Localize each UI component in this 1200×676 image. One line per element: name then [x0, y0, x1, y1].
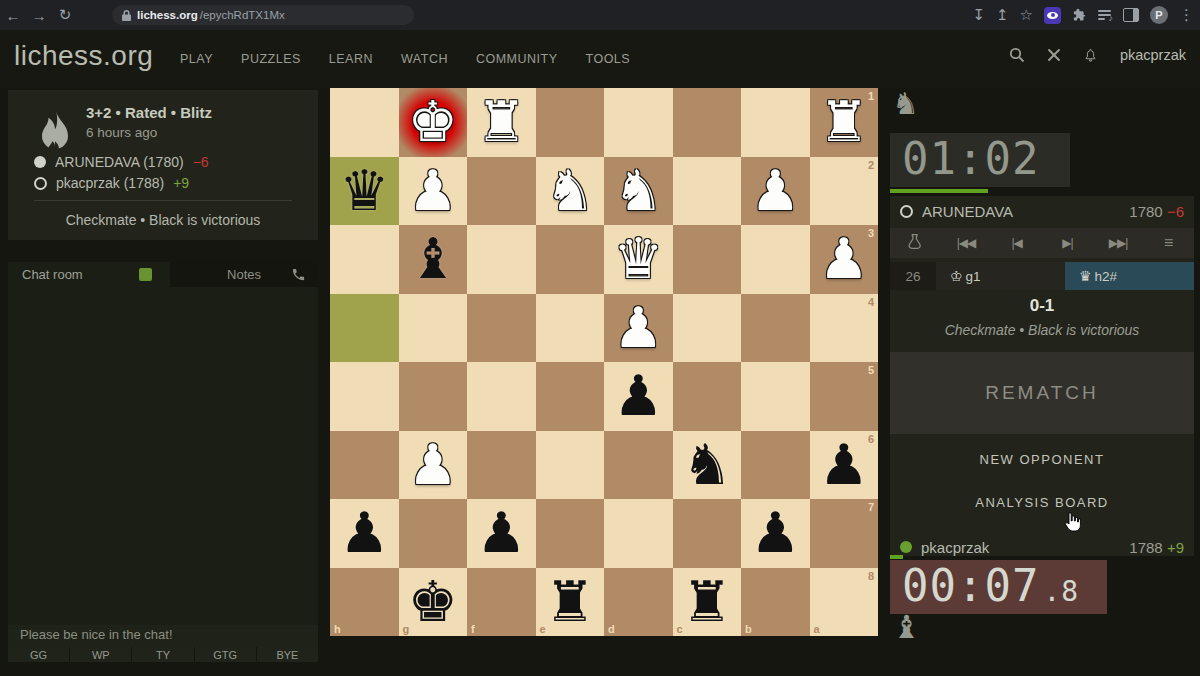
white-rook-a1: ♜: [819, 88, 869, 156]
mouse-cursor: [1063, 512, 1081, 532]
black-king-g8: ♚: [408, 568, 458, 636]
lock-icon: [122, 10, 131, 21]
white-pawn-g2: ♟: [408, 157, 458, 225]
share-icon[interactable]: ↥: [996, 6, 1009, 24]
square-f4[interactable]: [467, 294, 536, 363]
rematch-button[interactable]: REMATCH: [890, 352, 1194, 434]
divider: [34, 200, 292, 201]
square-g1[interactable]: ♚: [399, 88, 468, 157]
square-b5[interactable]: [741, 362, 810, 431]
url-host: lichess.org: [137, 9, 198, 21]
white-pawn-b2: ♟: [750, 157, 800, 225]
square-e1[interactable]: [536, 88, 605, 157]
header-username[interactable]: pkacprzak: [1120, 47, 1186, 63]
black-queen-h2: ♛: [339, 157, 389, 225]
black-pawn-b7: ♟: [750, 499, 800, 567]
black-clock-time: 00:07: [902, 560, 1039, 611]
lichess-logo[interactable]: lichess.org: [14, 40, 153, 72]
quick-chat-gg[interactable]: GG: [8, 647, 69, 662]
white-player-row[interactable]: ARUNEDAVA 1780 −6: [890, 198, 1194, 224]
rank-label-8: 8: [868, 570, 874, 582]
quick-chat-wp[interactable]: WP: [70, 647, 131, 662]
browser-menu-icon[interactable]: ⋮: [1179, 6, 1194, 24]
nav-tools[interactable]: TOOLS: [586, 52, 631, 66]
rank-label-7: 7: [868, 501, 874, 513]
game-time-ago: 6 hours ago: [86, 125, 157, 140]
square-g7[interactable]: [399, 499, 468, 568]
address-bar[interactable]: lichess.org /epychRdTX1Mx: [112, 5, 414, 25]
black-knight-c6: ♞: [682, 431, 732, 499]
square-a1[interactable]: ♜1: [810, 88, 879, 157]
square-d4[interactable]: ♟: [604, 294, 673, 363]
square-f2[interactable]: [467, 157, 536, 226]
black-pawn-a6: ♟: [819, 431, 869, 499]
result-score: 0-1: [890, 296, 1194, 316]
square-a6[interactable]: ♟6: [810, 431, 879, 500]
king-figurine: ♔: [950, 268, 963, 284]
black-rating-delta: +9: [173, 175, 189, 191]
profile-avatar[interactable]: P: [1150, 6, 1168, 24]
square-b1[interactable]: [741, 88, 810, 157]
square-d7[interactable]: [604, 499, 673, 568]
square-b4[interactable]: [741, 294, 810, 363]
black-rook-e8: ♜: [545, 568, 595, 636]
square-a7[interactable]: 7: [810, 499, 879, 568]
move-controls: |◀◀ |◀ ▶| ▶▶| ≡: [890, 228, 1194, 258]
black-player-row[interactable]: pkacprzak 1788 +9: [890, 534, 1194, 560]
rank-label-1: 1: [868, 90, 874, 102]
nav-community[interactable]: COMMUNITY: [476, 52, 558, 66]
last-move-button[interactable]: ▶▶|: [1093, 236, 1144, 250]
square-g8[interactable]: ♚g: [399, 568, 468, 637]
square-c8[interactable]: ♜c: [673, 568, 742, 637]
square-e6[interactable]: [536, 431, 605, 500]
rank-label-4: 4: [868, 296, 874, 308]
rank-label-2: 2: [868, 159, 874, 171]
square-g2[interactable]: ♟: [399, 157, 468, 226]
white-pawn-d4: ♟: [613, 294, 663, 362]
eye-extension-icon[interactable]: [1044, 7, 1061, 24]
square-e4[interactable]: [536, 294, 605, 363]
white-rook-f1: ♜: [476, 88, 526, 156]
result-description: Checkmate • Black is victorious: [890, 322, 1194, 338]
black-pawn-f7: ♟: [476, 499, 526, 567]
url-path: /epychRdTX1Mx: [200, 9, 285, 21]
black-bishop-g3: ♝: [408, 225, 458, 293]
prev-move-button[interactable]: |◀: [991, 236, 1042, 250]
browser-bar: ← → ↻ lichess.org /epychRdTX1Mx ↧ ↥ ☆ ♪ …: [0, 0, 1200, 30]
white-time-bar: [890, 189, 988, 193]
browser-back-icon[interactable]: ←: [0, 7, 26, 24]
square-e2[interactable]: ♞: [536, 157, 605, 226]
knight-icon: ♞: [892, 86, 919, 121]
square-g3[interactable]: ♝: [399, 225, 468, 294]
square-g4[interactable]: [399, 294, 468, 363]
chat-tab-label: Chat room: [22, 267, 83, 282]
menu-icon[interactable]: ≡: [1143, 234, 1194, 252]
square-e7[interactable]: [536, 499, 605, 568]
game-meta-box: 3+2 • Rated • Blitz 6 hours ago ARUNEDAV…: [8, 90, 318, 240]
chat-toggle[interactable]: [139, 268, 152, 281]
white-clock: 01:02: [890, 133, 1070, 187]
square-f8[interactable]: f: [467, 568, 536, 637]
white-move-san: g1: [966, 269, 981, 284]
move-list-row: 26 ♔ g1 ♛ h2#: [890, 262, 1194, 290]
black-color-disc: [34, 177, 47, 190]
black-name: pkacprzak: [921, 539, 989, 556]
white-player-line[interactable]: ARUNEDAVA (1780) −6: [34, 154, 209, 170]
black-move-current[interactable]: ♛ h2#: [1065, 262, 1194, 290]
square-b2[interactable]: ♟: [741, 157, 810, 226]
black-clock-tenths: .8: [1043, 575, 1079, 608]
white-delta: −6: [1167, 203, 1184, 220]
white-clock-time: 01:02: [902, 133, 1039, 184]
next-move-button[interactable]: ▶|: [1042, 236, 1093, 250]
reading-list-icon[interactable]: ♪: [1098, 9, 1112, 21]
browser-toolbar-icons: ↧ ↥ ☆ ♪ P ⋮: [972, 0, 1194, 30]
square-d2[interactable]: ♞: [604, 157, 673, 226]
square-h6[interactable]: [330, 431, 399, 500]
nav-learn[interactable]: LEARN: [329, 52, 373, 66]
bookmark-star-icon[interactable]: ☆: [1020, 6, 1033, 24]
white-rating: 1780: [1129, 203, 1162, 220]
square-b6[interactable]: [741, 431, 810, 500]
browser-forward-icon[interactable]: →: [26, 7, 52, 24]
rank-label-3: 3: [868, 227, 874, 239]
quick-chat-gtg[interactable]: GTG: [195, 647, 256, 662]
new-opponent-button[interactable]: NEW OPPONENT: [890, 452, 1194, 467]
white-king-g1: ♚: [408, 88, 458, 156]
square-d8[interactable]: d: [604, 568, 673, 637]
file-label-a: a: [814, 623, 820, 635]
time-control-label: 3+2 • Rated • Blitz: [86, 104, 212, 121]
page: ← → ↻ lichess.org /epychRdTX1Mx ↧ ↥ ☆ ♪ …: [0, 0, 1200, 676]
black-rook-c8: ♜: [682, 568, 732, 636]
white-status-disc: [900, 205, 913, 218]
download-icon[interactable]: ↧: [972, 6, 985, 24]
black-move-san: h2#: [1095, 269, 1118, 284]
file-label-c: c: [677, 623, 683, 635]
square-d6[interactable]: [604, 431, 673, 500]
notifications-bell-icon[interactable]: [1083, 47, 1098, 63]
square-c3[interactable]: [673, 225, 742, 294]
square-e8[interactable]: ♜e: [536, 568, 605, 637]
square-b8[interactable]: b: [741, 568, 810, 637]
square-c2[interactable]: [673, 157, 742, 226]
challenges-icon[interactable]: [1047, 48, 1061, 62]
square-f6[interactable]: [467, 431, 536, 500]
file-label-g: g: [403, 623, 410, 635]
square-d5[interactable]: ♟: [604, 362, 673, 431]
file-label-e: e: [540, 623, 546, 635]
result-text: Checkmate • Black is victorious: [8, 212, 318, 228]
analysis-board-button[interactable]: ANALYSIS BOARD: [890, 495, 1194, 510]
side-panel-icon[interactable]: [1123, 8, 1139, 22]
black-pawn-h7: ♟: [339, 499, 389, 567]
square-h2[interactable]: ♛: [330, 157, 399, 226]
tab-chat-room[interactable]: Chat room: [8, 262, 170, 287]
square-h5[interactable]: [330, 362, 399, 431]
black-rating: 1788: [1129, 539, 1162, 556]
white-knight-d2: ♞: [613, 157, 663, 225]
white-knight-e2: ♞: [545, 157, 595, 225]
white-pawn-g6: ♟: [408, 431, 458, 499]
white-color-disc: [34, 156, 46, 168]
move-number: 26: [890, 262, 936, 290]
main-nav: PLAYPUZZLESLEARNWATCHCOMMUNITYTOOLS: [180, 52, 630, 66]
phone-icon[interactable]: [291, 267, 306, 282]
search-icon[interactable]: [1009, 47, 1025, 63]
browser-reload-icon[interactable]: ↻: [52, 6, 78, 24]
file-label-b: b: [745, 623, 752, 635]
black-delta: +9: [1167, 539, 1184, 556]
chat-box: Chat room Notes Please be nice in the ch…: [8, 262, 318, 662]
white-name: ARUNEDAVA: [922, 203, 1013, 220]
square-a2[interactable]: 2: [810, 157, 879, 226]
black-player-line[interactable]: pkacprzak (1788) +9: [34, 175, 189, 191]
square-c7[interactable]: [673, 499, 742, 568]
chat-input[interactable]: Please be nice in the chat!: [8, 625, 318, 647]
square-h3[interactable]: [330, 225, 399, 294]
black-online-disc: [900, 541, 912, 553]
file-label-h: h: [334, 623, 341, 635]
square-g6[interactable]: ♟: [399, 431, 468, 500]
black-pawn-d5: ♟: [613, 362, 663, 430]
white-move[interactable]: ♔ g1: [936, 262, 1065, 290]
queen-figurine: ♛: [1079, 268, 1092, 284]
square-b7[interactable]: ♟: [741, 499, 810, 568]
quick-chat-ty[interactable]: TY: [132, 647, 193, 662]
extensions-puzzle-icon[interactable]: [1072, 8, 1087, 23]
square-h7[interactable]: ♟: [330, 499, 399, 568]
square-e5[interactable]: [536, 362, 605, 431]
square-h8[interactable]: h: [330, 568, 399, 637]
black-clock: 00:07 .8: [890, 560, 1107, 614]
square-d1[interactable]: [604, 88, 673, 157]
rank-label-6: 6: [868, 433, 874, 445]
white-queen-d3: ♛: [613, 225, 663, 293]
square-d3[interactable]: ♛: [604, 225, 673, 294]
nav-puzzles[interactable]: PUZZLES: [241, 52, 301, 66]
white-player-name: ARUNEDAVA (1780): [55, 154, 184, 170]
square-c5[interactable]: [673, 362, 742, 431]
quick-chat-row: GGWPTYGTGBYE: [8, 647, 318, 662]
analysis-icon[interactable]: [890, 234, 941, 252]
black-player-name: pkacprzak (1788): [56, 175, 164, 191]
nav-play[interactable]: PLAY: [180, 52, 213, 66]
notes-tab-label: Notes: [227, 267, 261, 282]
square-f5[interactable]: [467, 362, 536, 431]
square-h4[interactable]: [330, 294, 399, 363]
file-label-d: d: [608, 623, 615, 635]
nav-watch[interactable]: WATCH: [401, 52, 448, 66]
square-f3[interactable]: [467, 225, 536, 294]
square-c1[interactable]: [673, 88, 742, 157]
first-move-button[interactable]: |◀◀: [941, 236, 992, 250]
game-sidebar: ♞ 01:02 ARUNEDAVA 1780 −6 |◀◀ |◀ ▶| ▶▶| …: [890, 88, 1194, 663]
bishop-icon: ♝: [892, 608, 921, 646]
square-f7[interactable]: ♟: [467, 499, 536, 568]
square-a4[interactable]: 4: [810, 294, 879, 363]
chat-messages[interactable]: [8, 287, 318, 625]
square-c4[interactable]: [673, 294, 742, 363]
square-a5[interactable]: 5: [810, 362, 879, 431]
quick-chat-bye[interactable]: BYE: [257, 647, 318, 662]
rank-label-5: 5: [868, 364, 874, 376]
black-time-bar: [890, 555, 903, 559]
square-c6[interactable]: ♞: [673, 431, 742, 500]
square-a8[interactable]: 8a: [810, 568, 879, 637]
file-label-f: f: [471, 623, 475, 635]
square-e3[interactable]: [536, 225, 605, 294]
square-b3[interactable]: [741, 225, 810, 294]
chess-board: ♚♜♜1♛♟♞♞♟2♝♛♟3♟4♟5♟♞♟6♟♟♟7h♚gf♜ed♜cb8a: [330, 88, 878, 636]
square-a3[interactable]: ♟3: [810, 225, 879, 294]
white-pawn-a3: ♟: [819, 225, 869, 293]
white-rating-delta: −6: [193, 154, 209, 170]
square-h1[interactable]: [330, 88, 399, 157]
site-header: lichess.org PLAYPUZZLESLEARNWATCHCOMMUNI…: [0, 30, 1200, 88]
square-g5[interactable]: [399, 362, 468, 431]
square-f1[interactable]: ♜: [467, 88, 536, 157]
